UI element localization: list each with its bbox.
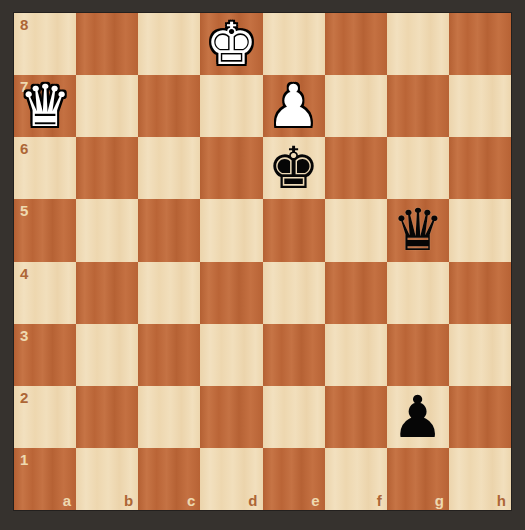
square-b8[interactable] [76, 13, 138, 75]
chess-board: 8♚7♛♟6♚5♛432♟1abcdefgh [14, 13, 511, 510]
square-b3[interactable] [76, 324, 138, 386]
square-c7[interactable] [138, 75, 200, 137]
coord-rank-4: 4 [20, 266, 28, 281]
square-b6[interactable] [76, 137, 138, 199]
square-e4[interactable] [263, 262, 325, 324]
square-d4[interactable] [200, 262, 262, 324]
square-d8[interactable]: ♚ [200, 13, 262, 75]
piece-black-king[interactable]: ♚ [263, 137, 325, 199]
square-e3[interactable] [263, 324, 325, 386]
square-a6[interactable]: 6 [14, 137, 76, 199]
square-a8[interactable]: 8 [14, 13, 76, 75]
coord-rank-3: 3 [20, 328, 28, 343]
coord-file-a: a [63, 493, 71, 508]
square-d2[interactable] [200, 386, 262, 448]
coord-rank-6: 6 [20, 141, 28, 156]
square-h3[interactable] [449, 324, 511, 386]
square-g1[interactable]: g [387, 448, 449, 510]
square-h1[interactable]: h [449, 448, 511, 510]
square-c5[interactable] [138, 199, 200, 261]
chess-app: 8♚7♛♟6♚5♛432♟1abcdefgh [0, 0, 525, 530]
square-e5[interactable] [263, 199, 325, 261]
square-c6[interactable] [138, 137, 200, 199]
square-a4[interactable]: 4 [14, 262, 76, 324]
square-g4[interactable] [387, 262, 449, 324]
piece-white-pawn[interactable]: ♟ [263, 75, 325, 137]
square-a7[interactable]: 7♛ [14, 75, 76, 137]
square-d6[interactable] [200, 137, 262, 199]
square-g2[interactable]: ♟ [387, 386, 449, 448]
square-a3[interactable]: 3 [14, 324, 76, 386]
piece-white-queen[interactable]: ♛ [14, 75, 76, 137]
coord-file-c: c [187, 493, 195, 508]
square-c8[interactable] [138, 13, 200, 75]
coord-file-b: b [124, 493, 133, 508]
square-c2[interactable] [138, 386, 200, 448]
square-b2[interactable] [76, 386, 138, 448]
square-a5[interactable]: 5 [14, 199, 76, 261]
square-b5[interactable] [76, 199, 138, 261]
square-e6[interactable]: ♚ [263, 137, 325, 199]
square-g7[interactable] [387, 75, 449, 137]
coord-file-e: e [311, 493, 319, 508]
square-f7[interactable] [325, 75, 387, 137]
square-d1[interactable]: d [200, 448, 262, 510]
square-h6[interactable] [449, 137, 511, 199]
square-g8[interactable] [387, 13, 449, 75]
square-f6[interactable] [325, 137, 387, 199]
coord-rank-8: 8 [20, 17, 28, 32]
square-b1[interactable]: b [76, 448, 138, 510]
square-h2[interactable] [449, 386, 511, 448]
square-c3[interactable] [138, 324, 200, 386]
coord-file-f: f [377, 493, 382, 508]
piece-white-king[interactable]: ♚ [200, 13, 262, 75]
coord-rank-1: 1 [20, 452, 28, 467]
square-e1[interactable]: e [263, 448, 325, 510]
square-f4[interactable] [325, 262, 387, 324]
square-a1[interactable]: 1a [14, 448, 76, 510]
square-h7[interactable] [449, 75, 511, 137]
square-h4[interactable] [449, 262, 511, 324]
square-c1[interactable]: c [138, 448, 200, 510]
coord-file-h: h [497, 493, 506, 508]
square-f5[interactable] [325, 199, 387, 261]
square-c4[interactable] [138, 262, 200, 324]
square-d7[interactable] [200, 75, 262, 137]
square-f2[interactable] [325, 386, 387, 448]
square-e8[interactable] [263, 13, 325, 75]
square-e7[interactable]: ♟ [263, 75, 325, 137]
square-h5[interactable] [449, 199, 511, 261]
coord-rank-5: 5 [20, 203, 28, 218]
square-g6[interactable] [387, 137, 449, 199]
square-h8[interactable] [449, 13, 511, 75]
piece-black-queen[interactable]: ♛ [387, 199, 449, 261]
coord-rank-2: 2 [20, 390, 28, 405]
square-f8[interactable] [325, 13, 387, 75]
coord-file-g: g [435, 493, 444, 508]
piece-black-pawn[interactable]: ♟ [387, 386, 449, 448]
square-a2[interactable]: 2 [14, 386, 76, 448]
square-b4[interactable] [76, 262, 138, 324]
square-f3[interactable] [325, 324, 387, 386]
square-g3[interactable] [387, 324, 449, 386]
square-d3[interactable] [200, 324, 262, 386]
square-f1[interactable]: f [325, 448, 387, 510]
square-e2[interactable] [263, 386, 325, 448]
square-d5[interactable] [200, 199, 262, 261]
square-b7[interactable] [76, 75, 138, 137]
coord-file-d: d [248, 493, 257, 508]
square-g5[interactable]: ♛ [387, 199, 449, 261]
